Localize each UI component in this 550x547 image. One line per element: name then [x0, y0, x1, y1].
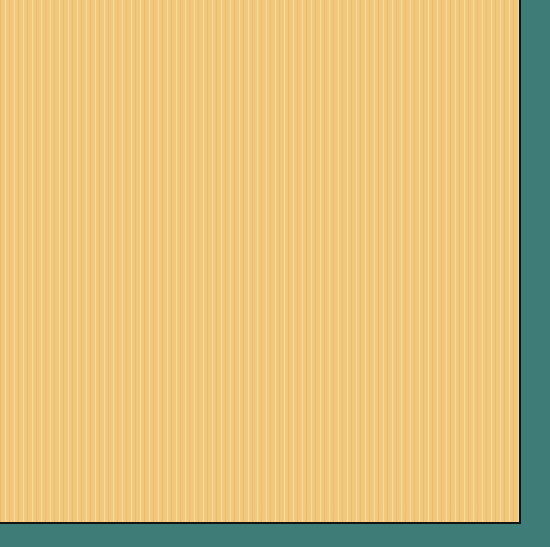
row-coordinate-strip	[521, 0, 550, 547]
go-diagram	[0, 0, 550, 547]
column-coordinate-strip	[0, 524, 521, 547]
go-board[interactable]	[0, 0, 521, 524]
